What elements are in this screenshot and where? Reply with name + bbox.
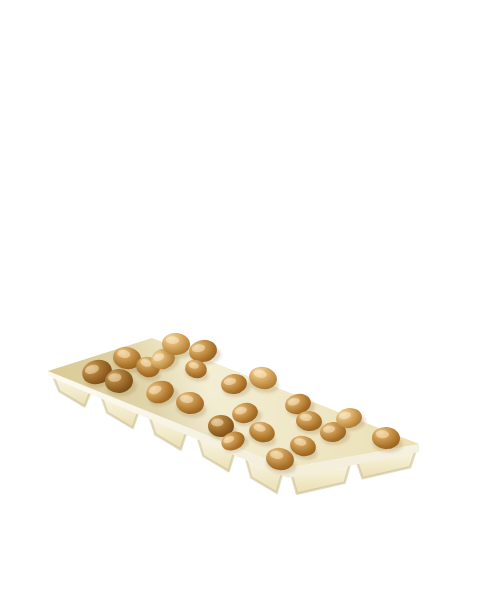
product-photo-stage [0,0,480,600]
hazelnut-glaze-highlight [211,419,223,427]
chocolate-bar-photo [0,0,480,600]
background [0,0,480,600]
